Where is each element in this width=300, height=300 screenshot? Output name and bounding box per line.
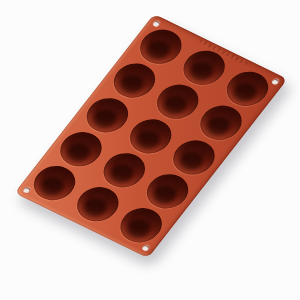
cavity-r3-c1	[79, 92, 137, 139]
cavity-r5-c2	[69, 181, 127, 228]
cavity-r2-c2	[149, 79, 207, 126]
cavity-r3-c2	[122, 113, 180, 160]
cavity-r5-c1	[26, 160, 84, 207]
product-photo	[0, 0, 300, 300]
cavity-r2-c1	[105, 57, 163, 104]
